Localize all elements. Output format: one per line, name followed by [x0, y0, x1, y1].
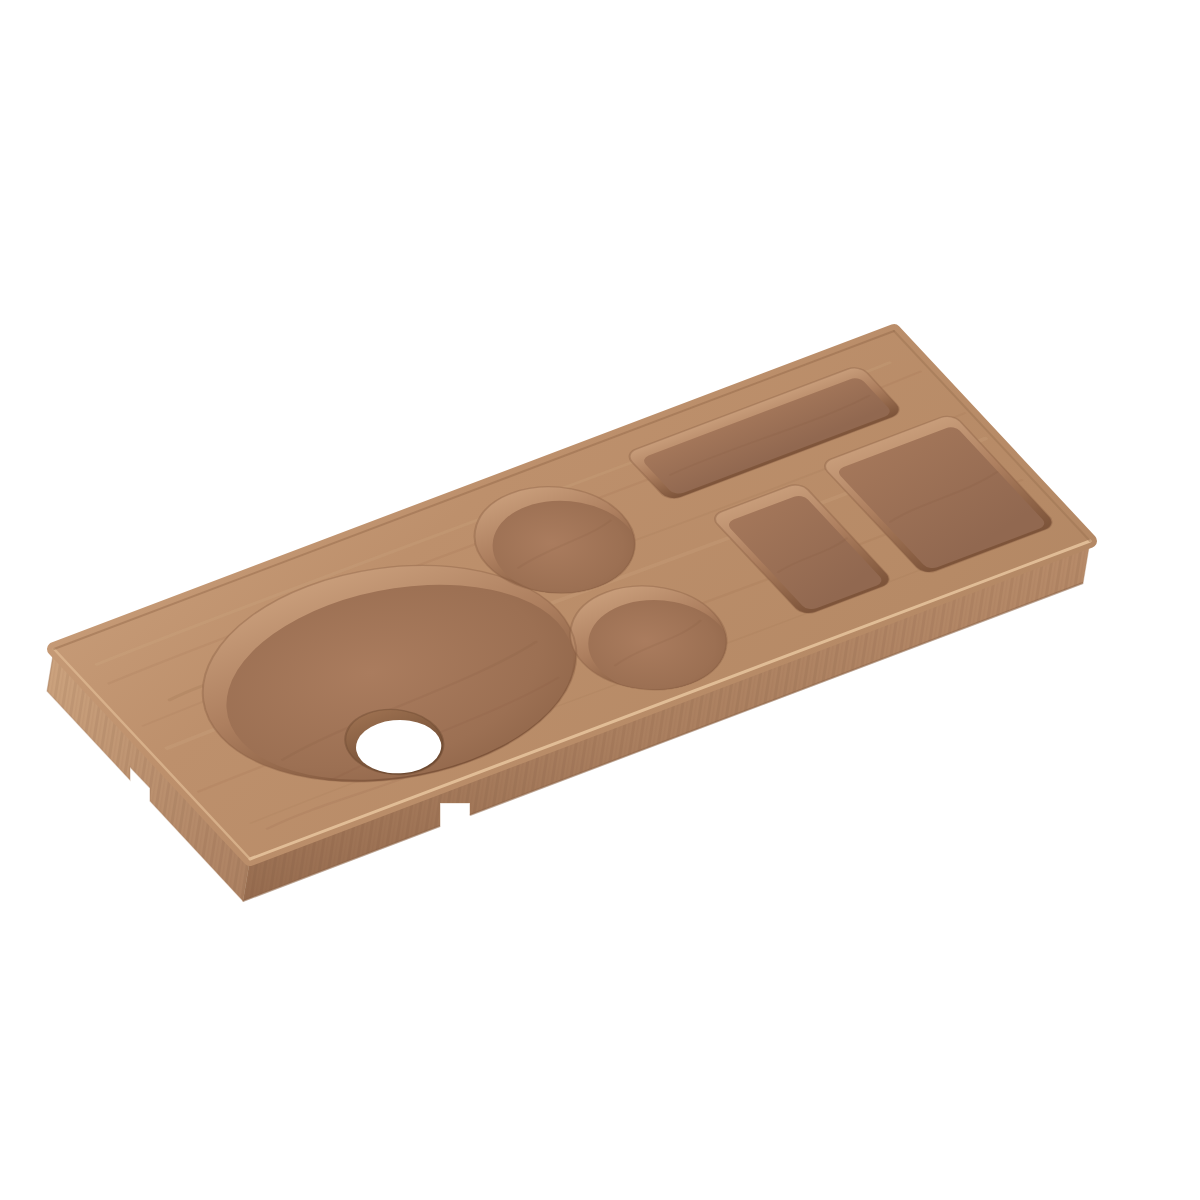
tray-illustration	[0, 0, 1200, 1200]
product-photo	[0, 0, 1200, 1200]
